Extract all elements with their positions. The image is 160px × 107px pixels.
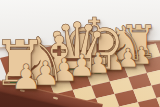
coordinate-inlay: [53, 97, 58, 100]
chess-set-photo: ♜♟♞♟♝♟♚♟♛♟♝♟♞♟♜♟: [0, 0, 160, 107]
piece-white-pawn-a2[interactable]: ♟: [10, 60, 41, 95]
